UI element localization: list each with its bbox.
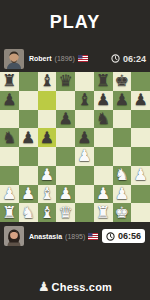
square-h2[interactable] [131, 185, 150, 204]
square-c2[interactable]: ♝ [38, 185, 57, 204]
square-c8[interactable]: ♝ [38, 72, 57, 91]
piece-black-knight[interactable]: ♞ [2, 129, 16, 145]
bottom-player-name: Anastasia [29, 233, 62, 240]
square-f2[interactable]: ♟ [94, 185, 113, 204]
piece-white-pawn[interactable]: ♟ [58, 185, 72, 201]
clock-icon [106, 232, 115, 241]
piece-black-pawn[interactable]: ♟ [77, 129, 91, 145]
square-b8[interactable] [19, 72, 38, 91]
square-h7[interactable]: ♟ [131, 91, 150, 110]
square-g8[interactable]: ♚ [113, 72, 132, 91]
square-f7[interactable]: ♟ [94, 91, 113, 110]
square-a1[interactable]: ♜ [0, 203, 19, 222]
piece-white-rook[interactable]: ♜ [2, 204, 16, 220]
piece-black-pawn[interactable]: ♟ [133, 92, 147, 108]
square-c4[interactable] [38, 147, 57, 166]
square-e6[interactable] [75, 110, 94, 129]
square-d8[interactable]: ♛ [56, 72, 75, 91]
piece-black-rook[interactable]: ♜ [2, 73, 16, 89]
square-c1[interactable]: ♝ [38, 203, 57, 222]
square-d6[interactable]: ♟ [56, 110, 75, 129]
piece-white-pawn[interactable]: ♟ [21, 185, 35, 201]
square-d4[interactable] [56, 147, 75, 166]
piece-white-bishop[interactable]: ♝ [40, 185, 54, 201]
square-b2[interactable]: ♟ [19, 185, 38, 204]
square-c3[interactable]: ♟ [38, 166, 57, 185]
square-e7[interactable]: ♝ [75, 91, 94, 110]
opponent-avatar-image [4, 49, 24, 69]
top-player-name: Robert [29, 55, 52, 62]
square-f4[interactable] [94, 147, 113, 166]
square-g1[interactable]: ♚ [113, 203, 132, 222]
piece-black-bishop[interactable]: ♝ [77, 92, 91, 108]
player-avatar-image [4, 226, 24, 246]
square-a4[interactable] [0, 147, 19, 166]
square-f8[interactable]: ♜ [94, 72, 113, 91]
bottom-player-rating: (1895) [65, 233, 85, 240]
piece-black-pawn[interactable]: ♟ [96, 92, 110, 108]
square-e5[interactable]: ♟ [75, 128, 94, 147]
piece-white-pawn[interactable]: ♟ [115, 185, 129, 201]
square-h4[interactable] [131, 147, 150, 166]
piece-black-pawn[interactable]: ♟ [115, 92, 129, 108]
piece-black-king[interactable]: ♚ [115, 73, 129, 89]
square-f1[interactable]: ♜ [94, 203, 113, 222]
bottom-player-info: Anastasia (1895) [29, 233, 98, 240]
piece-black-pawn[interactable]: ♟ [21, 129, 35, 145]
piece-white-knight[interactable]: ♞ [115, 167, 129, 183]
square-b3[interactable] [19, 166, 38, 185]
avatar[interactable] [4, 49, 24, 69]
square-h1[interactable] [131, 203, 150, 222]
piece-white-rook[interactable]: ♜ [96, 204, 110, 220]
square-g7[interactable]: ♟ [113, 91, 132, 110]
top-player-info: Robert (1896) [29, 55, 88, 62]
square-d5[interactable] [56, 128, 75, 147]
top-player-bar: Robert (1896) 06:24 [0, 45, 150, 72]
piece-white-pawn[interactable]: ♟ [133, 167, 147, 183]
square-d1[interactable]: ♛ [56, 203, 75, 222]
square-f5[interactable] [94, 128, 113, 147]
piece-white-king[interactable]: ♚ [115, 204, 129, 220]
square-c7[interactable] [38, 91, 57, 110]
piece-white-pawn[interactable]: ♟ [96, 185, 110, 201]
square-e2[interactable] [75, 185, 94, 204]
square-b4[interactable] [19, 147, 38, 166]
square-g6[interactable] [113, 110, 132, 129]
square-f6[interactable]: ♞ [94, 110, 113, 129]
square-b5[interactable]: ♟ [19, 128, 38, 147]
square-d3[interactable] [56, 166, 75, 185]
us-flag-icon [88, 233, 98, 240]
square-b7[interactable] [19, 91, 38, 110]
footer: ♟ Chess.com [0, 250, 150, 300]
us-flag-icon [78, 55, 88, 62]
chess-board: ♜♝♛♜♚♟♝♟♟♟♟♞♞♟♟♟♟♟♞♟♟♟♝♟♟♟♜♞♝♛♜♚ [0, 72, 150, 222]
bottom-clock-time: 06:56 [118, 231, 141, 241]
square-a5[interactable]: ♞ [0, 128, 19, 147]
square-a2[interactable]: ♟ [0, 185, 19, 204]
top-player-rating: (1896) [55, 55, 75, 62]
chesscom-logo-text: Chess.com [52, 281, 113, 293]
square-a7[interactable]: ♟ [0, 91, 19, 110]
bottom-player-bar: Anastasia (1895) 06:56 [0, 222, 150, 250]
chesscom-pawn-logo-icon: ♟ [38, 280, 50, 293]
square-c5[interactable]: ♟ [38, 128, 57, 147]
piece-white-pawn[interactable]: ♟ [40, 167, 54, 183]
square-h8[interactable] [131, 72, 150, 91]
piece-white-queen[interactable]: ♛ [58, 204, 72, 220]
piece-white-pawn[interactable]: ♟ [2, 185, 16, 201]
avatar[interactable] [4, 226, 24, 246]
piece-black-pawn[interactable]: ♟ [2, 92, 16, 108]
square-a6[interactable] [0, 110, 19, 129]
square-a8[interactable]: ♜ [0, 72, 19, 91]
piece-white-bishop[interactable]: ♝ [40, 204, 54, 220]
chesscom-logo: ♟ Chess.com [0, 280, 150, 293]
square-h3[interactable]: ♟ [131, 166, 150, 185]
piece-black-bishop[interactable]: ♝ [40, 73, 54, 89]
square-e4[interactable]: ♟ [75, 147, 94, 166]
square-d7[interactable] [56, 91, 75, 110]
square-h5[interactable] [131, 128, 150, 147]
square-d2[interactable]: ♟ [56, 185, 75, 204]
square-g4[interactable] [113, 147, 132, 166]
square-b1[interactable]: ♞ [19, 203, 38, 222]
square-b6[interactable] [19, 110, 38, 129]
square-g3[interactable]: ♞ [113, 166, 132, 185]
clock-icon [111, 54, 120, 63]
piece-black-knight[interactable]: ♞ [96, 110, 110, 126]
piece-white-knight[interactable]: ♞ [21, 204, 35, 220]
piece-white-pawn[interactable]: ♟ [77, 148, 91, 164]
top-player-clock: 06:24 [111, 54, 146, 64]
square-g5[interactable] [113, 128, 132, 147]
square-h6[interactable] [131, 110, 150, 129]
square-c6[interactable] [38, 110, 57, 129]
piece-black-rook[interactable]: ♜ [96, 73, 110, 89]
chess-app-screen: PLAY Robert (1896) [0, 0, 150, 300]
piece-black-pawn[interactable]: ♟ [58, 110, 72, 126]
bottom-player-clock: 06:56 [102, 229, 145, 243]
top-clock-time: 06:24 [123, 54, 146, 64]
square-f3[interactable] [94, 166, 113, 185]
piece-black-pawn[interactable]: ♟ [40, 129, 54, 145]
square-e1[interactable] [75, 203, 94, 222]
square-g2[interactable]: ♟ [113, 185, 132, 204]
square-e8[interactable] [75, 72, 94, 91]
square-e3[interactable] [75, 166, 94, 185]
piece-black-queen[interactable]: ♛ [58, 73, 72, 89]
header: PLAY [0, 0, 150, 45]
page-title: PLAY [50, 12, 100, 33]
square-a3[interactable] [0, 166, 19, 185]
